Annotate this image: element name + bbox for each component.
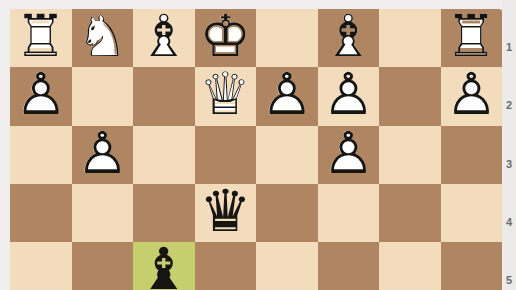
rank-label-3: 3: [502, 135, 516, 193]
white-pawn-glyph: ♙: [76, 123, 128, 181]
square-a2[interactable]: ♟♙: [441, 67, 503, 125]
piece-white-king: ♚♔: [195, 9, 257, 67]
white-pawn-glyph: ♟: [261, 65, 313, 123]
white-pawn-glyph: ♟: [445, 65, 497, 123]
white-king-glyph: ♔: [199, 9, 251, 65]
square-b4[interactable]: [379, 184, 441, 242]
square-g1[interactable]: ♞♘: [72, 9, 134, 67]
piece-white-pawn: ♟♙: [256, 67, 318, 125]
square-a4[interactable]: [441, 184, 503, 242]
white-rook-glyph: ♜: [445, 9, 497, 65]
white-pawn-glyph: ♙: [445, 65, 497, 123]
piece-white-pawn: ♟♙: [318, 67, 380, 125]
square-f5[interactable]: ♝: [133, 242, 195, 290]
rank-label-2: 2: [502, 76, 516, 134]
white-pawn-glyph: ♟: [76, 123, 128, 181]
white-pawn-glyph: ♙: [322, 123, 374, 181]
square-b3[interactable]: [379, 126, 441, 184]
white-bishop-glyph: ♗: [138, 9, 190, 65]
square-c2[interactable]: ♟♙: [318, 67, 380, 125]
square-e2[interactable]: ♛♕: [195, 67, 257, 125]
square-b5[interactable]: [379, 242, 441, 290]
piece-white-knight: ♞♘: [72, 9, 134, 67]
white-rook-glyph: ♖: [445, 9, 497, 65]
square-f4[interactable]: [133, 184, 195, 242]
piece-white-bishop: ♝♗: [133, 9, 195, 67]
piece-white-queen: ♛♕: [195, 67, 257, 125]
square-h1[interactable]: ♜♖: [10, 9, 72, 67]
square-h2[interactable]: ♟♙: [10, 67, 72, 125]
square-d4[interactable]: [256, 184, 318, 242]
square-h4[interactable]: [10, 184, 72, 242]
white-queen-glyph: ♕: [199, 65, 251, 123]
white-knight-glyph: ♞: [76, 9, 128, 65]
square-e3[interactable]: [195, 126, 257, 184]
square-b1[interactable]: [379, 9, 441, 67]
white-rook-glyph: ♖: [15, 9, 67, 65]
piece-white-pawn: ♟♙: [72, 126, 134, 184]
black-bishop-glyph: ♝: [138, 240, 190, 290]
square-a1[interactable]: ♜♖: [441, 9, 503, 67]
white-bishop-glyph: ♝: [322, 9, 374, 65]
square-d1[interactable]: [256, 9, 318, 67]
square-c1[interactable]: ♝♗: [318, 9, 380, 67]
square-f1[interactable]: ♝♗: [133, 9, 195, 67]
square-h3[interactable]: [10, 126, 72, 184]
white-pawn-glyph: ♙: [261, 65, 313, 123]
square-h5[interactable]: [10, 242, 72, 290]
piece-black-bishop: ♝: [133, 242, 195, 290]
square-f2[interactable]: [133, 67, 195, 125]
white-pawn-glyph: ♟: [322, 65, 374, 123]
page-left-margin: [0, 0, 10, 290]
square-c3[interactable]: ♟♙: [318, 126, 380, 184]
white-bishop-glyph: ♝: [138, 9, 190, 65]
white-bishop-glyph: ♗: [322, 9, 374, 65]
square-g3[interactable]: ♟♙: [72, 126, 134, 184]
square-e1[interactable]: ♚♔: [195, 9, 257, 67]
rank-label-1: 1: [502, 18, 516, 76]
white-king-glyph: ♚: [199, 9, 251, 65]
white-pawn-glyph: ♙: [15, 65, 67, 123]
piece-white-rook: ♜♖: [10, 9, 72, 67]
square-c5[interactable]: [318, 242, 380, 290]
square-a5[interactable]: [441, 242, 503, 290]
piece-white-pawn: ♟♙: [318, 126, 380, 184]
white-pawn-glyph: ♟: [15, 65, 67, 123]
rank-label-4: 4: [502, 193, 516, 251]
black-queen-glyph: ♛: [199, 182, 251, 240]
white-knight-glyph: ♘: [76, 9, 128, 65]
square-g5[interactable]: [72, 242, 134, 290]
square-b2[interactable]: [379, 67, 441, 125]
piece-white-pawn: ♟♙: [10, 67, 72, 125]
white-pawn-glyph: ♟: [322, 123, 374, 181]
square-g2[interactable]: [72, 67, 134, 125]
white-queen-glyph: ♛: [199, 65, 251, 123]
piece-white-rook: ♜♖: [441, 9, 503, 67]
piece-white-bishop: ♝♗: [318, 9, 380, 67]
square-a3[interactable]: [441, 126, 503, 184]
square-e4[interactable]: ♛: [195, 184, 257, 242]
square-g4[interactable]: [72, 184, 134, 242]
piece-white-pawn: ♟♙: [441, 67, 503, 125]
rank-label-5: 5: [502, 251, 516, 290]
page: { "game": "chess", "position": { "fen_vi…: [0, 0, 516, 290]
square-e5[interactable]: [195, 242, 257, 290]
white-pawn-glyph: ♙: [322, 65, 374, 123]
square-d2[interactable]: ♟♙: [256, 67, 318, 125]
chess-board: ♜♖♞♘♝♗♚♔♝♗♜♖♟♙♛♕♟♙♟♙♟♙♟♙♟♙♛♝: [10, 9, 502, 290]
white-rook-glyph: ♜: [15, 9, 67, 65]
square-c4[interactable]: [318, 184, 380, 242]
rank-label-strip: 12345: [502, 0, 516, 290]
square-d5[interactable]: [256, 242, 318, 290]
piece-black-queen: ♛: [195, 184, 257, 242]
square-d3[interactable]: [256, 126, 318, 184]
square-f3[interactable]: [133, 126, 195, 184]
